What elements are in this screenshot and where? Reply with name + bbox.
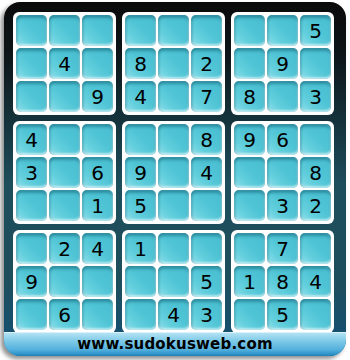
cell-r1c7[interactable] bbox=[234, 15, 265, 46]
cell-r1c9[interactable]: 5 bbox=[300, 15, 331, 46]
cell-r3c1[interactable] bbox=[16, 81, 47, 112]
box-r1c2: 96832 bbox=[231, 121, 334, 224]
cell-r4c1[interactable]: 4 bbox=[16, 124, 47, 155]
cell-r7c3[interactable]: 4 bbox=[82, 233, 113, 264]
cell-r6c3[interactable]: 1 bbox=[82, 190, 113, 221]
cell-r5c2[interactable] bbox=[49, 157, 80, 188]
cell-r9c4[interactable] bbox=[125, 299, 156, 330]
cell-r5c4[interactable]: 9 bbox=[125, 157, 156, 188]
cell-r5c5[interactable] bbox=[158, 157, 189, 188]
footer-bar: www.sudokusweb.com bbox=[4, 332, 346, 356]
cell-r1c5[interactable] bbox=[158, 15, 189, 46]
cell-r8c2[interactable] bbox=[49, 266, 80, 297]
cell-r1c1[interactable] bbox=[16, 15, 47, 46]
cell-r6c7[interactable] bbox=[234, 190, 265, 221]
cell-r5c8[interactable] bbox=[267, 157, 298, 188]
cell-r8c4[interactable] bbox=[125, 266, 156, 297]
cell-r8c3[interactable] bbox=[82, 266, 113, 297]
cell-r2c4[interactable]: 8 bbox=[125, 48, 156, 79]
cell-r8c5[interactable] bbox=[158, 266, 189, 297]
cell-r9c5[interactable]: 4 bbox=[158, 299, 189, 330]
cell-r9c2[interactable]: 6 bbox=[49, 299, 80, 330]
cell-r9c8[interactable]: 5 bbox=[267, 299, 298, 330]
cell-r4c9[interactable] bbox=[300, 124, 331, 155]
sudoku-grid: 498247598343618945968322496154371845 bbox=[13, 12, 334, 333]
cell-r6c1[interactable] bbox=[16, 190, 47, 221]
cell-r2c7[interactable] bbox=[234, 48, 265, 79]
cell-r3c9[interactable]: 3 bbox=[300, 81, 331, 112]
cell-r3c2[interactable] bbox=[49, 81, 80, 112]
cell-r7c9[interactable] bbox=[300, 233, 331, 264]
cell-r6c2[interactable] bbox=[49, 190, 80, 221]
cell-r9c9[interactable] bbox=[300, 299, 331, 330]
cell-r4c2[interactable] bbox=[49, 124, 80, 155]
cell-r2c1[interactable] bbox=[16, 48, 47, 79]
cell-r3c8[interactable] bbox=[267, 81, 298, 112]
cell-r7c1[interactable] bbox=[16, 233, 47, 264]
cell-r8c7[interactable]: 1 bbox=[234, 266, 265, 297]
cell-r4c8[interactable]: 6 bbox=[267, 124, 298, 155]
cell-r9c1[interactable] bbox=[16, 299, 47, 330]
cell-r1c4[interactable] bbox=[125, 15, 156, 46]
cell-r5c1[interactable]: 3 bbox=[16, 157, 47, 188]
cell-r4c6[interactable]: 8 bbox=[191, 124, 222, 155]
cell-r3c6[interactable]: 7 bbox=[191, 81, 222, 112]
cell-r7c8[interactable]: 7 bbox=[267, 233, 298, 264]
cell-r2c8[interactable]: 9 bbox=[267, 48, 298, 79]
cell-r8c8[interactable]: 8 bbox=[267, 266, 298, 297]
cell-r6c9[interactable]: 2 bbox=[300, 190, 331, 221]
cell-r7c7[interactable] bbox=[234, 233, 265, 264]
cell-r5c3[interactable]: 6 bbox=[82, 157, 113, 188]
cell-r6c8[interactable]: 3 bbox=[267, 190, 298, 221]
cell-r7c6[interactable] bbox=[191, 233, 222, 264]
cell-r5c7[interactable] bbox=[234, 157, 265, 188]
cell-r7c2[interactable]: 2 bbox=[49, 233, 80, 264]
cell-r6c5[interactable] bbox=[158, 190, 189, 221]
sudoku-board: 498247598343618945968322496154371845 www… bbox=[4, 2, 346, 356]
cell-r9c3[interactable] bbox=[82, 299, 113, 330]
box-r0c0: 49 bbox=[13, 12, 116, 115]
cell-r2c5[interactable] bbox=[158, 48, 189, 79]
cell-r3c3[interactable]: 9 bbox=[82, 81, 113, 112]
cell-r2c6[interactable]: 2 bbox=[191, 48, 222, 79]
cell-r9c6[interactable]: 3 bbox=[191, 299, 222, 330]
box-r0c1: 8247 bbox=[122, 12, 225, 115]
cell-r7c4[interactable]: 1 bbox=[125, 233, 156, 264]
cell-r4c4[interactable] bbox=[125, 124, 156, 155]
box-r2c1: 1543 bbox=[122, 230, 225, 333]
box-r1c0: 4361 bbox=[13, 121, 116, 224]
cell-r2c2[interactable]: 4 bbox=[49, 48, 80, 79]
box-r0c2: 5983 bbox=[231, 12, 334, 115]
cell-r3c5[interactable] bbox=[158, 81, 189, 112]
cell-r7c5[interactable] bbox=[158, 233, 189, 264]
cell-r9c7[interactable] bbox=[234, 299, 265, 330]
cell-r8c1[interactable]: 9 bbox=[16, 266, 47, 297]
cell-r3c4[interactable]: 4 bbox=[125, 81, 156, 112]
cell-r5c9[interactable]: 8 bbox=[300, 157, 331, 188]
cell-r4c7[interactable]: 9 bbox=[234, 124, 265, 155]
cell-r6c6[interactable] bbox=[191, 190, 222, 221]
box-r1c1: 8945 bbox=[122, 121, 225, 224]
cell-r4c3[interactable] bbox=[82, 124, 113, 155]
cell-r8c9[interactable]: 4 bbox=[300, 266, 331, 297]
cell-r5c6[interactable]: 4 bbox=[191, 157, 222, 188]
cell-r8c6[interactable]: 5 bbox=[191, 266, 222, 297]
box-r2c0: 2496 bbox=[13, 230, 116, 333]
cell-r2c3[interactable] bbox=[82, 48, 113, 79]
cell-r1c8[interactable] bbox=[267, 15, 298, 46]
cell-r6c4[interactable]: 5 bbox=[125, 190, 156, 221]
cell-r1c3[interactable] bbox=[82, 15, 113, 46]
website-text: www.sudokusweb.com bbox=[77, 335, 272, 353]
cell-r1c2[interactable] bbox=[49, 15, 80, 46]
cell-r4c5[interactable] bbox=[158, 124, 189, 155]
box-r2c2: 71845 bbox=[231, 230, 334, 333]
cell-r3c7[interactable]: 8 bbox=[234, 81, 265, 112]
cell-r2c9[interactable] bbox=[300, 48, 331, 79]
cell-r1c6[interactable] bbox=[191, 15, 222, 46]
